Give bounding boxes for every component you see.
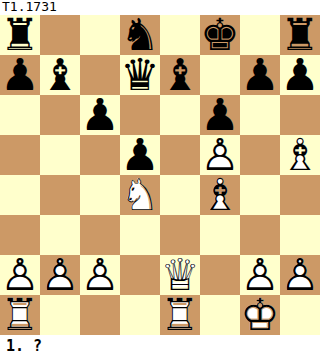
square-a4[interactable]: [0, 175, 40, 215]
square-b5[interactable]: [40, 135, 80, 175]
square-e5[interactable]: [160, 135, 200, 175]
square-g7[interactable]: ♟: [240, 55, 280, 95]
square-f8[interactable]: ♚: [200, 15, 240, 55]
square-a7[interactable]: ♟: [0, 55, 40, 95]
square-h4[interactable]: [280, 175, 320, 215]
square-b4[interactable]: [40, 175, 80, 215]
square-g1[interactable]: ♚♔: [240, 295, 280, 335]
square-c1[interactable]: [80, 295, 120, 335]
square-f4[interactable]: ♝♗: [200, 175, 240, 215]
square-h5[interactable]: ♝♗: [280, 135, 320, 175]
square-g5[interactable]: [240, 135, 280, 175]
square-d2[interactable]: [120, 255, 160, 295]
square-g6[interactable]: [240, 95, 280, 135]
square-d4[interactable]: ♞♘: [120, 175, 160, 215]
white-bishop-icon[interactable]: ♗: [280, 135, 320, 175]
square-c2[interactable]: ♟♙: [80, 255, 120, 295]
black-king-icon[interactable]: ♚: [200, 15, 240, 55]
square-f3[interactable]: [200, 215, 240, 255]
square-f1[interactable]: [200, 295, 240, 335]
black-pawn-icon[interactable]: ♟: [280, 55, 320, 95]
square-e6[interactable]: [160, 95, 200, 135]
black-pawn-icon[interactable]: ♟: [0, 55, 40, 95]
square-d1[interactable]: [120, 295, 160, 335]
square-g4[interactable]: [240, 175, 280, 215]
square-h2[interactable]: ♟♙: [280, 255, 320, 295]
chess-board: ♜♞♚♜♟♝♛♝♟♟♟♟♟♟♙♝♗♞♘♝♗♟♙♟♙♟♙♛♕♟♙♟♙♜♖♜♖♚♔: [0, 15, 320, 335]
black-queen-icon[interactable]: ♛: [120, 55, 160, 95]
black-pawn-icon[interactable]: ♟: [240, 55, 280, 95]
square-c6[interactable]: ♟: [80, 95, 120, 135]
square-e1[interactable]: ♜♖: [160, 295, 200, 335]
white-pawn-icon[interactable]: ♙: [40, 255, 80, 295]
white-rook-icon[interactable]: ♖: [160, 295, 200, 335]
square-e7[interactable]: ♝: [160, 55, 200, 95]
square-a5[interactable]: [0, 135, 40, 175]
square-c5[interactable]: [80, 135, 120, 175]
white-pawn-icon[interactable]: ♙: [280, 255, 320, 295]
square-a6[interactable]: [0, 95, 40, 135]
black-pawn-icon[interactable]: ♟: [80, 95, 120, 135]
white-knight-icon[interactable]: ♘: [120, 175, 160, 215]
square-b7[interactable]: ♝: [40, 55, 80, 95]
square-f2[interactable]: [200, 255, 240, 295]
white-king-icon[interactable]: ♔: [240, 295, 280, 335]
square-h1[interactable]: [280, 295, 320, 335]
square-c8[interactable]: [80, 15, 120, 55]
white-pawn-icon[interactable]: ♙: [80, 255, 120, 295]
square-d3[interactable]: [120, 215, 160, 255]
square-b1[interactable]: [40, 295, 80, 335]
white-bishop-icon[interactable]: ♗: [200, 175, 240, 215]
square-a1[interactable]: ♜♖: [0, 295, 40, 335]
square-d7[interactable]: ♛: [120, 55, 160, 95]
square-e4[interactable]: [160, 175, 200, 215]
square-b2[interactable]: ♟♙: [40, 255, 80, 295]
white-rook-icon[interactable]: ♖: [0, 295, 40, 335]
black-bishop-icon[interactable]: ♝: [40, 55, 80, 95]
square-h7[interactable]: ♟: [280, 55, 320, 95]
square-c4[interactable]: [80, 175, 120, 215]
square-b6[interactable]: [40, 95, 80, 135]
puzzle-title: T1.1731: [0, 0, 320, 15]
black-bishop-icon[interactable]: ♝: [160, 55, 200, 95]
